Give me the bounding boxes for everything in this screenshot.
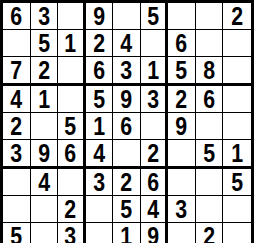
cell-r5c5[interactable]: 6 [113, 113, 141, 140]
given-digit: 1 [147, 57, 159, 83]
given-digit: 5 [231, 169, 243, 195]
given-digit: 1 [121, 223, 133, 243]
cell-r3c8[interactable]: 8 [196, 57, 224, 86]
given-digit: 5 [64, 113, 76, 139]
given-digit: 4 [147, 196, 159, 222]
given-digit: 3 [121, 57, 133, 83]
cell-r8c6[interactable]: 4 [141, 196, 169, 223]
cell-r1c4[interactable]: 9 [86, 3, 114, 30]
given-digit: 5 [10, 223, 22, 243]
given-digit: 3 [38, 3, 50, 29]
cell-r8c4[interactable] [86, 196, 114, 223]
given-digit: 9 [147, 223, 159, 243]
cell-r1c6[interactable]: 5 [141, 3, 169, 30]
cell-r6c8[interactable]: 5 [196, 140, 224, 169]
given-digit: 6 [121, 113, 133, 139]
cell-r5c6[interactable] [141, 113, 169, 140]
cell-r5c2[interactable] [31, 113, 59, 140]
cell-r4c7[interactable]: 2 [168, 86, 196, 113]
cell-r1c1[interactable]: 6 [3, 3, 31, 30]
cell-r4c9[interactable] [223, 86, 251, 113]
cell-r2c6[interactable] [141, 30, 169, 57]
cell-r9c3[interactable]: 3 [58, 223, 86, 243]
given-digit: 1 [231, 140, 243, 166]
cell-r3c9[interactable] [223, 57, 251, 86]
cell-r9c5[interactable]: 1 [113, 223, 141, 243]
cell-r9c6[interactable]: 9 [141, 223, 169, 243]
cell-r5c3[interactable]: 5 [58, 113, 86, 140]
cell-r3c5[interactable]: 3 [113, 57, 141, 86]
given-digit: 3 [147, 86, 159, 112]
cell-r8c9[interactable] [223, 196, 251, 223]
given-digit: 9 [38, 140, 50, 166]
given-digit: 2 [203, 223, 215, 243]
cell-r3c7[interactable]: 5 [168, 57, 196, 86]
given-digit: 1 [38, 86, 50, 112]
given-digit: 2 [147, 140, 159, 166]
cell-r7c2[interactable]: 4 [31, 169, 59, 196]
cell-r2c5[interactable]: 4 [113, 30, 141, 57]
cell-r3c1[interactable]: 7 [3, 57, 31, 86]
given-digit: 5 [121, 196, 133, 222]
cell-r6c1[interactable]: 3 [3, 140, 31, 169]
given-digit: 2 [231, 3, 243, 29]
given-digit: 2 [93, 30, 105, 56]
cell-r6c4[interactable]: 4 [86, 140, 114, 169]
cell-r9c7[interactable] [168, 223, 196, 243]
cell-r8c2[interactable] [31, 196, 59, 223]
cell-r4c1[interactable]: 4 [3, 86, 31, 113]
cell-r7c5[interactable]: 2 [113, 169, 141, 196]
cell-r1c7[interactable] [168, 3, 196, 30]
given-digit: 4 [10, 86, 22, 112]
given-digit: 6 [147, 169, 159, 195]
cell-r7c6[interactable]: 6 [141, 169, 169, 196]
cell-r2c2[interactable]: 5 [31, 30, 59, 57]
cell-r6c9[interactable]: 1 [223, 140, 251, 169]
cell-r1c5[interactable] [113, 3, 141, 30]
cell-r7c7[interactable] [168, 169, 196, 196]
given-digit: 3 [10, 140, 22, 166]
sudoku-board: 6395251246726315841593262516939642514326… [0, 0, 254, 243]
given-digit: 6 [203, 86, 215, 112]
given-digit: 7 [10, 57, 22, 83]
cell-r7c4[interactable]: 3 [86, 169, 114, 196]
given-digit: 6 [93, 57, 105, 83]
cell-r6c3[interactable]: 6 [58, 140, 86, 169]
given-digit: 9 [121, 86, 133, 112]
cell-r8c3[interactable]: 2 [58, 196, 86, 223]
cell-r3c4[interactable]: 6 [86, 57, 114, 86]
given-digit: 5 [93, 86, 105, 112]
cell-r7c8[interactable] [196, 169, 224, 196]
cell-r4c2[interactable]: 1 [31, 86, 59, 113]
given-digit: 9 [93, 3, 105, 29]
cell-r1c2[interactable]: 3 [31, 3, 59, 30]
given-digit: 4 [121, 30, 133, 56]
cell-r2c8[interactable] [196, 30, 224, 57]
given-digit: 6 [10, 3, 22, 29]
cell-r3c2[interactable]: 2 [31, 57, 59, 86]
cell-r2c7[interactable]: 6 [168, 30, 196, 57]
cell-r4c6[interactable]: 3 [141, 86, 169, 113]
cell-r5c9[interactable] [223, 113, 251, 140]
cell-r2c4[interactable]: 2 [86, 30, 114, 57]
cell-r5c8[interactable] [196, 113, 224, 140]
given-digit: 4 [93, 140, 105, 166]
cell-r5c1[interactable]: 2 [3, 113, 31, 140]
cell-r6c2[interactable]: 9 [31, 140, 59, 169]
cell-r9c2[interactable] [31, 223, 59, 243]
given-digit: 2 [38, 57, 50, 83]
given-digit: 2 [10, 113, 22, 139]
given-digit: 6 [176, 30, 188, 56]
given-digit: 5 [176, 57, 188, 83]
cell-r8c1[interactable] [3, 196, 31, 223]
cell-r8c7[interactable]: 3 [168, 196, 196, 223]
cell-r2c3[interactable]: 1 [58, 30, 86, 57]
cell-r9c8[interactable]: 2 [196, 223, 224, 243]
cell-r6c5[interactable] [113, 140, 141, 169]
cell-r4c8[interactable]: 6 [196, 86, 224, 113]
given-digit: 6 [64, 140, 76, 166]
given-digit: 5 [147, 3, 159, 29]
given-digit: 2 [176, 86, 188, 112]
cell-r9c9[interactable] [223, 223, 251, 243]
cell-r8c5[interactable]: 5 [113, 196, 141, 223]
cell-r6c7[interactable] [168, 140, 196, 169]
cell-r7c1[interactable] [3, 169, 31, 196]
given-digit: 4 [38, 169, 50, 195]
cell-r7c3[interactable] [58, 169, 86, 196]
given-digit: 3 [176, 196, 188, 222]
cell-r1c9[interactable]: 2 [223, 3, 251, 30]
cell-r1c3[interactable] [58, 3, 86, 30]
cell-r1c8[interactable] [196, 3, 224, 30]
cell-r4c3[interactable] [58, 86, 86, 113]
cell-r3c3[interactable] [58, 57, 86, 86]
given-digit: 3 [93, 169, 105, 195]
given-digit: 3 [64, 223, 76, 243]
given-digit: 1 [64, 30, 76, 56]
cell-r3c6[interactable]: 1 [141, 57, 169, 86]
given-digit: 2 [64, 196, 76, 222]
given-digit: 5 [203, 140, 215, 166]
given-digit: 9 [176, 113, 188, 139]
cell-r6c6[interactable]: 2 [141, 140, 169, 169]
cell-r4c4[interactable]: 5 [86, 86, 114, 113]
cell-r8c8[interactable] [196, 196, 224, 223]
cell-r2c1[interactable] [3, 30, 31, 57]
cell-r2c9[interactable] [223, 30, 251, 57]
given-digit: 8 [203, 57, 215, 83]
given-digit: 1 [93, 113, 105, 139]
given-digit: 5 [38, 30, 50, 56]
cell-r5c4[interactable]: 1 [86, 113, 114, 140]
cell-r9c4[interactable] [86, 223, 114, 243]
given-digit: 2 [121, 169, 133, 195]
cell-r4c5[interactable]: 9 [113, 86, 141, 113]
cell-r9c1[interactable]: 5 [3, 223, 31, 243]
cell-r5c7[interactable]: 9 [168, 113, 196, 140]
cell-r7c9[interactable]: 5 [223, 169, 251, 196]
